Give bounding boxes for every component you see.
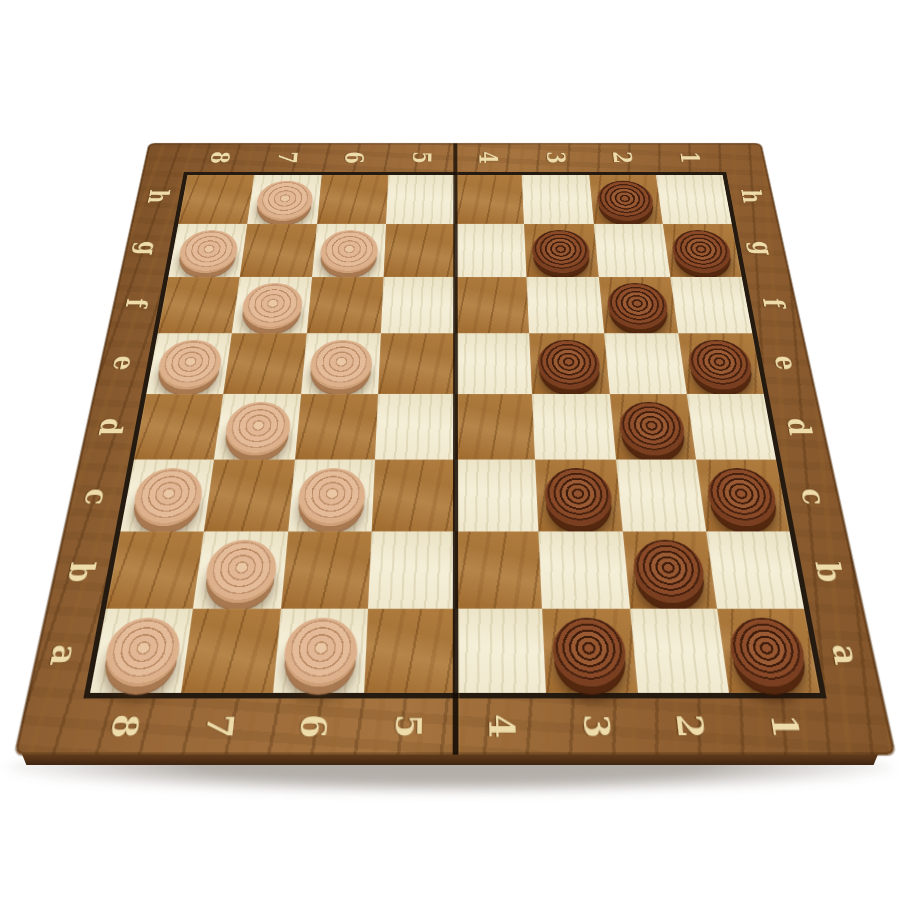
square-b6[interactable] <box>280 531 371 608</box>
square-h1[interactable] <box>656 175 732 224</box>
light-checker-e8[interactable] <box>154 340 224 390</box>
square-b7[interactable] <box>193 531 288 608</box>
square-c8[interactable] <box>120 460 214 531</box>
square-c6[interactable] <box>288 460 375 531</box>
light-checker-f7[interactable] <box>240 283 305 329</box>
square-g6[interactable] <box>312 224 386 277</box>
square-e1[interactable] <box>678 333 764 394</box>
square-h4[interactable] <box>455 175 524 224</box>
square-f8[interactable] <box>158 277 240 334</box>
square-c5[interactable] <box>371 460 455 531</box>
square-f5[interactable] <box>381 277 455 334</box>
square-f4[interactable] <box>455 277 529 334</box>
square-e7[interactable] <box>223 333 306 394</box>
square-g4[interactable] <box>455 224 527 277</box>
square-f1[interactable] <box>670 277 752 334</box>
square-b5[interactable] <box>368 531 455 608</box>
square-c3[interactable] <box>535 460 622 531</box>
square-f7[interactable] <box>232 277 312 334</box>
square-a2[interactable] <box>630 608 729 692</box>
square-d5[interactable] <box>375 394 455 460</box>
square-g1[interactable] <box>663 224 742 277</box>
square-a7[interactable] <box>181 608 280 692</box>
light-checker-e6[interactable] <box>308 340 373 390</box>
square-c2[interactable] <box>616 460 706 531</box>
dark-checker-e3[interactable] <box>537 340 602 390</box>
square-h3[interactable] <box>522 175 594 224</box>
square-b3[interactable] <box>539 531 630 608</box>
square-h7[interactable] <box>247 175 321 224</box>
square-e4[interactable] <box>455 333 532 394</box>
square-h8[interactable] <box>178 175 254 224</box>
square-d1[interactable] <box>687 394 777 460</box>
square-e6[interactable] <box>301 333 381 394</box>
square-a4[interactable] <box>455 608 546 692</box>
light-checker-h7[interactable] <box>254 180 314 220</box>
dark-checker-g3[interactable] <box>531 230 591 273</box>
square-d8[interactable] <box>134 394 224 460</box>
square-b4[interactable] <box>455 531 542 608</box>
light-checker-c8[interactable] <box>129 468 205 526</box>
dark-checker-b2[interactable] <box>631 540 708 603</box>
square-g5[interactable] <box>383 224 455 277</box>
square-f2[interactable] <box>598 277 678 334</box>
checkers-board: 87654321 87654321 hgfedcba hgfedcba <box>15 143 896 754</box>
square-g8[interactable] <box>168 224 247 277</box>
square-h5[interactable] <box>386 175 455 224</box>
square-h6[interactable] <box>317 175 389 224</box>
square-a3[interactable] <box>542 608 637 692</box>
fold-seam <box>452 143 458 754</box>
square-a1[interactable] <box>717 608 820 692</box>
square-c1[interactable] <box>696 460 790 531</box>
light-checker-g8[interactable] <box>176 230 240 273</box>
light-checker-b7[interactable] <box>202 540 279 603</box>
square-g3[interactable] <box>524 224 598 277</box>
dark-checker-f2[interactable] <box>606 283 671 329</box>
dark-checker-d2[interactable] <box>617 402 687 456</box>
square-f6[interactable] <box>306 277 383 334</box>
square-g2[interactable] <box>593 224 670 277</box>
square-h2[interactable] <box>589 175 663 224</box>
square-f3[interactable] <box>527 277 604 334</box>
dark-checker-h2[interactable] <box>596 180 656 220</box>
light-checker-g6[interactable] <box>319 230 379 273</box>
square-a5[interactable] <box>364 608 455 692</box>
square-e8[interactable] <box>146 333 232 394</box>
square-a6[interactable] <box>273 608 368 692</box>
square-b1[interactable] <box>706 531 804 608</box>
square-a8[interactable] <box>90 608 193 692</box>
light-checker-a6[interactable] <box>282 618 359 687</box>
square-c4[interactable] <box>455 460 539 531</box>
square-b8[interactable] <box>106 531 204 608</box>
square-b2[interactable] <box>622 531 717 608</box>
square-c7[interactable] <box>204 460 294 531</box>
dark-checker-a3[interactable] <box>551 618 628 687</box>
light-checker-d7[interactable] <box>222 402 292 456</box>
dark-checker-g1[interactable] <box>670 230 734 273</box>
board-frame: 87654321 87654321 hgfedcba hgfedcba <box>15 143 896 754</box>
dark-checker-e1[interactable] <box>686 340 756 390</box>
product-photo-stage: 87654321 87654321 hgfedcba hgfedcba <box>0 0 900 900</box>
square-d4[interactable] <box>455 394 535 460</box>
square-e5[interactable] <box>378 333 455 394</box>
square-d2[interactable] <box>609 394 695 460</box>
square-d6[interactable] <box>294 394 377 460</box>
dark-checker-c1[interactable] <box>705 468 781 526</box>
dark-checker-c3[interactable] <box>543 468 614 526</box>
square-d3[interactable] <box>532 394 615 460</box>
square-d7[interactable] <box>214 394 300 460</box>
light-checker-c6[interactable] <box>296 468 367 526</box>
square-e2[interactable] <box>604 333 687 394</box>
light-checker-a8[interactable] <box>100 618 184 687</box>
dark-checker-a1[interactable] <box>726 618 810 687</box>
square-g7[interactable] <box>240 224 317 277</box>
square-e3[interactable] <box>529 333 609 394</box>
